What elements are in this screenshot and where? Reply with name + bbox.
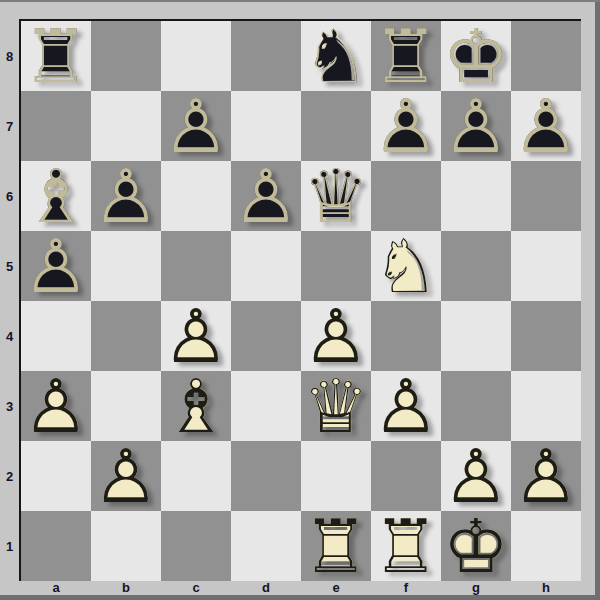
square-h7[interactable]: ♟♙ bbox=[511, 91, 581, 161]
piece-white-pawn[interactable]: ♟♙ bbox=[511, 441, 581, 511]
piece-white-bishop[interactable]: ♝♗ bbox=[161, 371, 231, 441]
square-c6[interactable] bbox=[161, 161, 231, 231]
rank-label-6: 6 bbox=[0, 161, 19, 231]
piece-black-pawn[interactable]: ♟♙ bbox=[161, 91, 231, 161]
square-e1[interactable]: ♜♖ bbox=[301, 511, 371, 581]
piece-white-king[interactable]: ♚♔ bbox=[441, 511, 511, 581]
square-d5[interactable] bbox=[231, 231, 301, 301]
square-d4[interactable] bbox=[231, 301, 301, 371]
piece-line-glyph: ♙ bbox=[443, 441, 509, 511]
square-b2[interactable]: ♟♙ bbox=[91, 441, 161, 511]
piece-line-glyph: ♖ bbox=[23, 21, 89, 91]
file-label-h: h bbox=[511, 580, 581, 595]
square-e4[interactable]: ♟♙ bbox=[301, 301, 371, 371]
piece-black-pawn[interactable]: ♟♙ bbox=[21, 231, 91, 301]
square-g2[interactable]: ♟♙ bbox=[441, 441, 511, 511]
piece-black-pawn[interactable]: ♟♙ bbox=[371, 91, 441, 161]
rank-labels: 87654321 bbox=[0, 21, 19, 581]
piece-line-glyph: ♖ bbox=[303, 511, 369, 581]
piece-black-pawn[interactable]: ♟♙ bbox=[511, 91, 581, 161]
square-g3[interactable] bbox=[441, 371, 511, 441]
piece-white-pawn[interactable]: ♟♙ bbox=[441, 441, 511, 511]
square-a3[interactable]: ♟♙ bbox=[21, 371, 91, 441]
square-f1[interactable]: ♜♖ bbox=[371, 511, 441, 581]
square-a7[interactable] bbox=[21, 91, 91, 161]
square-a6[interactable]: ♝♗ bbox=[21, 161, 91, 231]
square-g6[interactable] bbox=[441, 161, 511, 231]
square-f8[interactable]: ♜♖ bbox=[371, 21, 441, 91]
rank-label-5: 5 bbox=[0, 231, 19, 301]
square-a8[interactable]: ♜♖ bbox=[21, 21, 91, 91]
rank-label-1: 1 bbox=[0, 511, 19, 581]
piece-line-glyph: ♙ bbox=[93, 441, 159, 511]
piece-white-pawn[interactable]: ♟♙ bbox=[21, 371, 91, 441]
piece-line-glyph: ♙ bbox=[513, 441, 579, 511]
square-b7[interactable] bbox=[91, 91, 161, 161]
piece-line-glyph: ♔ bbox=[443, 511, 509, 581]
piece-line-glyph: ♔ bbox=[443, 21, 509, 91]
square-f2[interactable] bbox=[371, 441, 441, 511]
piece-black-king[interactable]: ♚♔ bbox=[441, 21, 511, 91]
chess-board: ♜♖♞♘♜♖♚♔♟♙♟♙♟♙♟♙♝♗♟♙♟♙♛♕♟♙♞♘♟♙♟♙♟♙♝♗♛♕♟♙… bbox=[21, 21, 581, 581]
square-f3[interactable]: ♟♙ bbox=[371, 371, 441, 441]
square-c4[interactable]: ♟♙ bbox=[161, 301, 231, 371]
square-f7[interactable]: ♟♙ bbox=[371, 91, 441, 161]
square-d1[interactable] bbox=[231, 511, 301, 581]
piece-line-glyph: ♕ bbox=[303, 371, 369, 441]
piece-white-pawn[interactable]: ♟♙ bbox=[161, 301, 231, 371]
file-label-a: a bbox=[21, 580, 91, 595]
piece-line-glyph: ♙ bbox=[513, 91, 579, 161]
piece-line-glyph: ♙ bbox=[443, 91, 509, 161]
piece-line-glyph: ♙ bbox=[23, 231, 89, 301]
square-a4[interactable] bbox=[21, 301, 91, 371]
piece-black-knight[interactable]: ♞♘ bbox=[301, 21, 371, 91]
square-b8[interactable] bbox=[91, 21, 161, 91]
rank-label-3: 3 bbox=[0, 371, 19, 441]
piece-white-pawn[interactable]: ♟♙ bbox=[371, 371, 441, 441]
square-e7[interactable] bbox=[301, 91, 371, 161]
square-g4[interactable] bbox=[441, 301, 511, 371]
square-g8[interactable]: ♚♔ bbox=[441, 21, 511, 91]
piece-line-glyph: ♙ bbox=[373, 371, 439, 441]
square-d2[interactable] bbox=[231, 441, 301, 511]
square-c5[interactable] bbox=[161, 231, 231, 301]
square-b4[interactable] bbox=[91, 301, 161, 371]
square-e2[interactable] bbox=[301, 441, 371, 511]
square-c2[interactable] bbox=[161, 441, 231, 511]
piece-line-glyph: ♗ bbox=[23, 161, 89, 231]
square-a1[interactable] bbox=[21, 511, 91, 581]
board-border: ♜♖♞♘♜♖♚♔♟♙♟♙♟♙♟♙♝♗♟♙♟♙♛♕♟♙♞♘♟♙♟♙♟♙♝♗♛♕♟♙… bbox=[19, 19, 581, 581]
square-f5[interactable]: ♞♘ bbox=[371, 231, 441, 301]
square-e8[interactable]: ♞♘ bbox=[301, 21, 371, 91]
piece-line-glyph: ♙ bbox=[163, 301, 229, 371]
piece-line-glyph: ♖ bbox=[373, 21, 439, 91]
rank-label-2: 2 bbox=[0, 441, 19, 511]
piece-line-glyph: ♙ bbox=[93, 161, 159, 231]
piece-white-pawn[interactable]: ♟♙ bbox=[301, 301, 371, 371]
square-c3[interactable]: ♝♗ bbox=[161, 371, 231, 441]
piece-line-glyph: ♙ bbox=[303, 301, 369, 371]
square-h1[interactable] bbox=[511, 511, 581, 581]
piece-line-glyph: ♖ bbox=[373, 511, 439, 581]
square-c7[interactable]: ♟♙ bbox=[161, 91, 231, 161]
piece-line-glyph: ♗ bbox=[163, 371, 229, 441]
piece-white-pawn[interactable]: ♟♙ bbox=[91, 441, 161, 511]
square-d8[interactable] bbox=[231, 21, 301, 91]
piece-line-glyph: ♙ bbox=[163, 91, 229, 161]
square-b6[interactable]: ♟♙ bbox=[91, 161, 161, 231]
square-g5[interactable] bbox=[441, 231, 511, 301]
square-h2[interactable]: ♟♙ bbox=[511, 441, 581, 511]
square-c8[interactable] bbox=[161, 21, 231, 91]
square-e3[interactable]: ♛♕ bbox=[301, 371, 371, 441]
piece-white-rook[interactable]: ♜♖ bbox=[301, 511, 371, 581]
frame-top-edge bbox=[0, 0, 600, 2]
square-g7[interactable]: ♟♙ bbox=[441, 91, 511, 161]
square-h3[interactable] bbox=[511, 371, 581, 441]
square-b5[interactable] bbox=[91, 231, 161, 301]
piece-black-rook[interactable]: ♜♖ bbox=[21, 21, 91, 91]
square-h8[interactable] bbox=[511, 21, 581, 91]
file-label-d: d bbox=[231, 580, 301, 595]
piece-black-pawn[interactable]: ♟♙ bbox=[231, 161, 301, 231]
piece-black-bishop[interactable]: ♝♗ bbox=[21, 161, 91, 231]
square-b1[interactable] bbox=[91, 511, 161, 581]
piece-line-glyph: ♙ bbox=[23, 371, 89, 441]
piece-line-glyph: ♙ bbox=[233, 161, 299, 231]
piece-black-queen[interactable]: ♛♕ bbox=[301, 161, 371, 231]
file-label-b: b bbox=[91, 580, 161, 595]
square-f4[interactable] bbox=[371, 301, 441, 371]
piece-line-glyph: ♕ bbox=[303, 161, 369, 231]
square-b3[interactable] bbox=[91, 371, 161, 441]
rank-label-7: 7 bbox=[0, 91, 19, 161]
square-h6[interactable] bbox=[511, 161, 581, 231]
rank-label-4: 4 bbox=[0, 301, 19, 371]
frame-bottom-edge bbox=[0, 595, 600, 600]
piece-white-knight[interactable]: ♞♘ bbox=[371, 231, 441, 301]
square-e5[interactable] bbox=[301, 231, 371, 301]
square-e6[interactable]: ♛♕ bbox=[301, 161, 371, 231]
square-h4[interactable] bbox=[511, 301, 581, 371]
piece-line-glyph: ♘ bbox=[373, 231, 439, 301]
piece-white-rook[interactable]: ♜♖ bbox=[371, 511, 441, 581]
piece-white-queen[interactable]: ♛♕ bbox=[301, 371, 371, 441]
rank-label-8: 8 bbox=[0, 21, 19, 91]
square-c1[interactable] bbox=[161, 511, 231, 581]
square-d7[interactable] bbox=[231, 91, 301, 161]
file-label-c: c bbox=[161, 580, 231, 595]
square-d3[interactable] bbox=[231, 371, 301, 441]
square-d6[interactable]: ♟♙ bbox=[231, 161, 301, 231]
piece-line-glyph: ♘ bbox=[303, 21, 369, 91]
piece-black-rook[interactable]: ♜♖ bbox=[371, 21, 441, 91]
piece-black-pawn[interactable]: ♟♙ bbox=[91, 161, 161, 231]
square-a5[interactable]: ♟♙ bbox=[21, 231, 91, 301]
square-g1[interactable]: ♚♔ bbox=[441, 511, 511, 581]
square-h5[interactable] bbox=[511, 231, 581, 301]
square-a2[interactable] bbox=[21, 441, 91, 511]
square-f6[interactable] bbox=[371, 161, 441, 231]
piece-line-glyph: ♙ bbox=[373, 91, 439, 161]
piece-black-pawn[interactable]: ♟♙ bbox=[441, 91, 511, 161]
frame-right-edge bbox=[595, 2, 600, 600]
